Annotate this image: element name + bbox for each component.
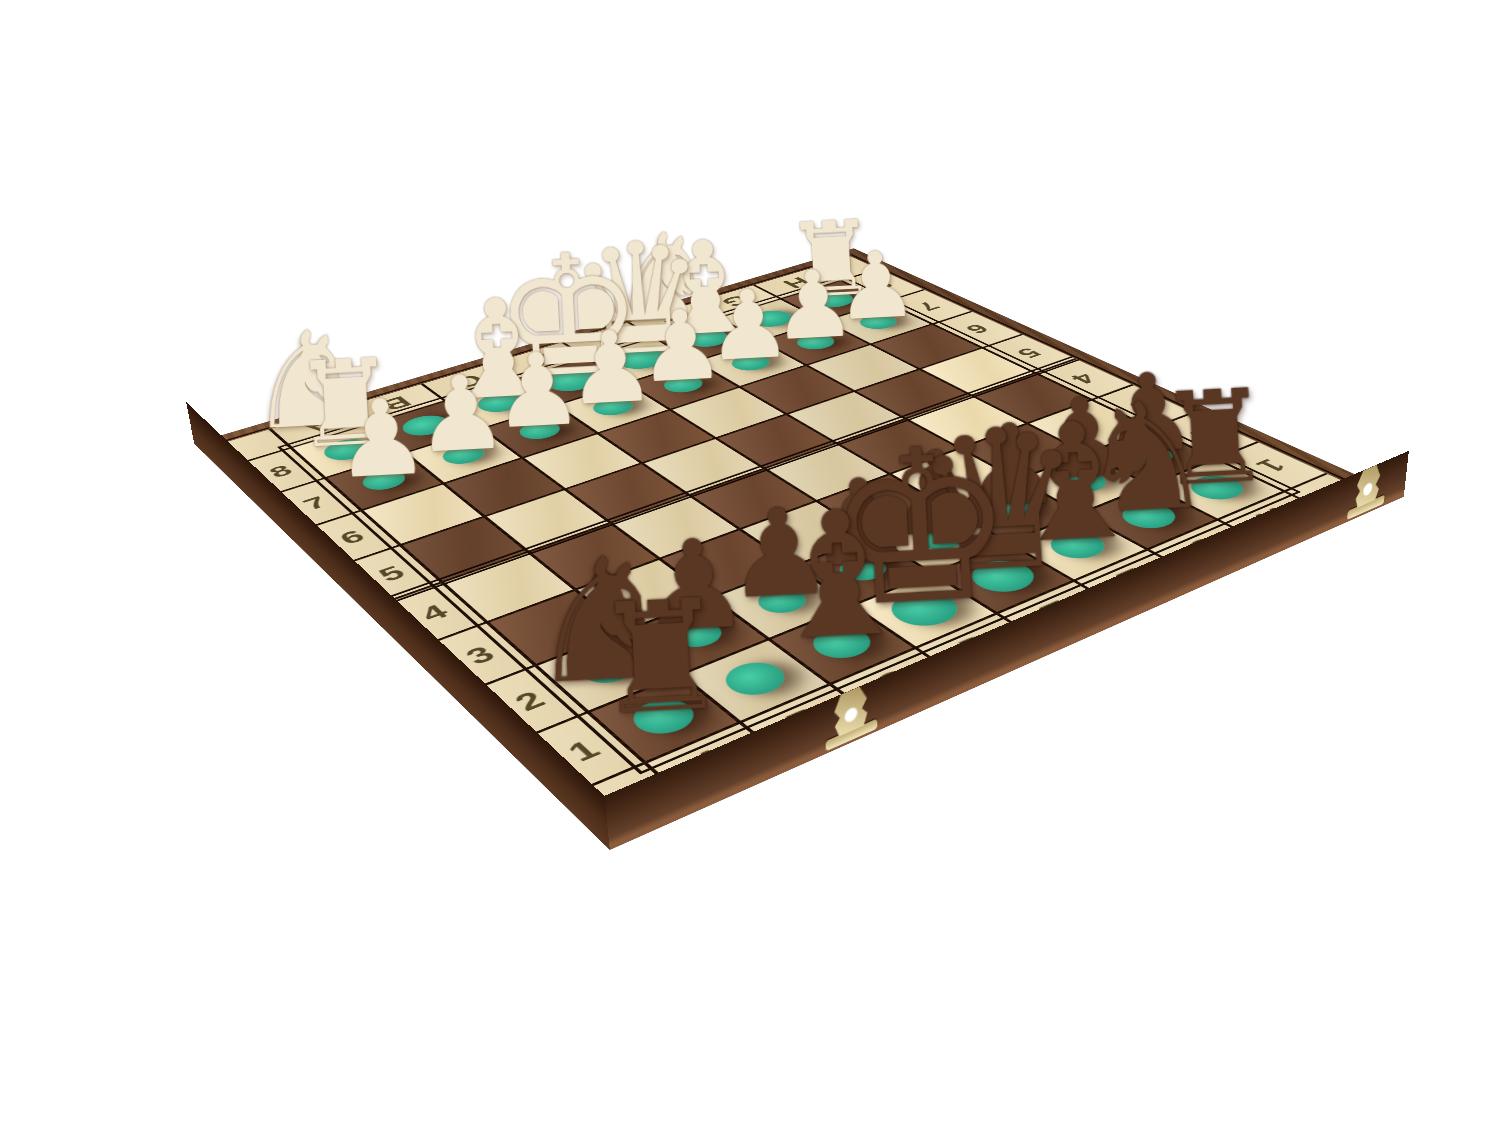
latch-plate-icon xyxy=(1347,495,1385,520)
chess-board: 8877665544332211AABBCCDDEEFFGGHH♜♞♝♚♛♝♞♜… xyxy=(194,249,1404,850)
latch-plate-icon xyxy=(825,719,877,752)
photo-background: 8877665544332211AABBCCDDEEFFGGHH♜♞♝♚♛♝♞♜… xyxy=(0,0,1500,1125)
chess-glyph-bishop: ♝ xyxy=(756,485,920,666)
chess-glyph-rook: ♜ xyxy=(588,578,732,737)
chess-glyph-pawn: ♟ xyxy=(332,384,432,494)
brass-latch xyxy=(1347,460,1388,520)
